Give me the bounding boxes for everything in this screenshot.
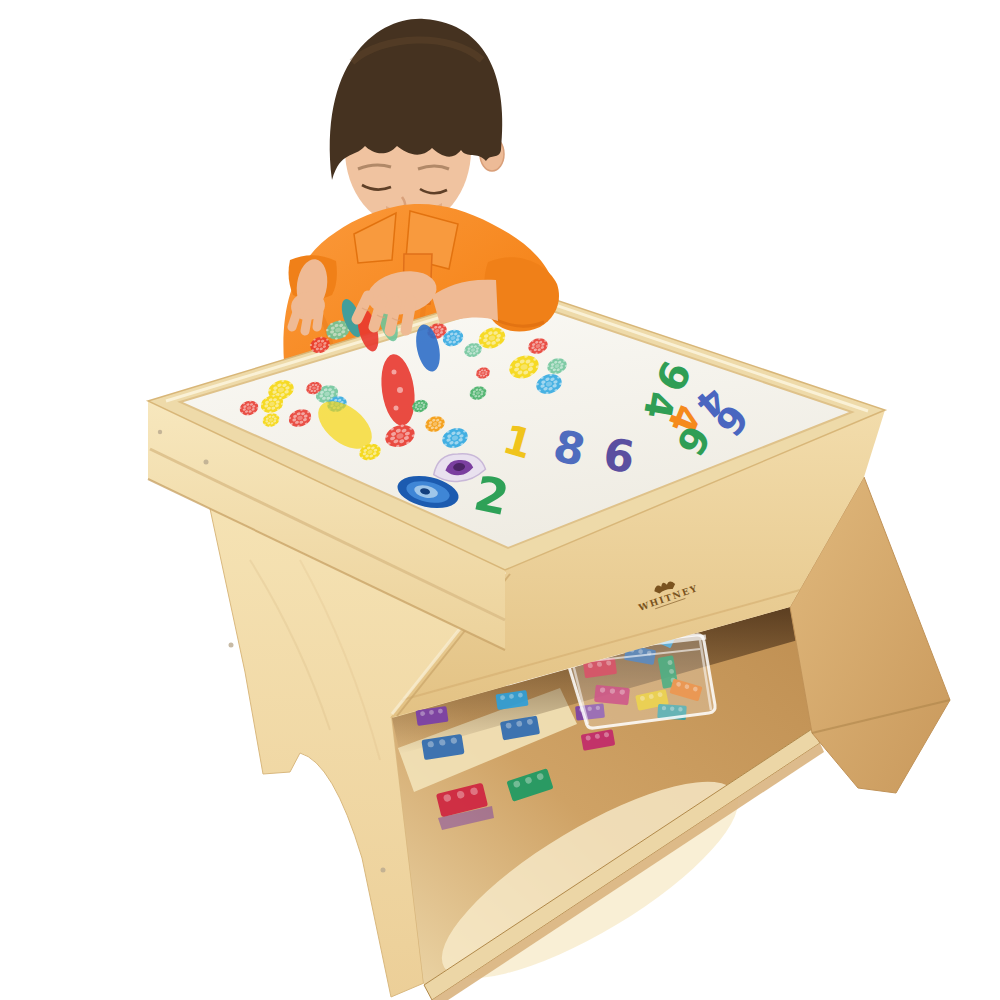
left-fingers [292, 312, 319, 331]
product-photo: WHITNEY 1 8 6 2 9 4 4 4 6 [0, 0, 1000, 1000]
scene-svg: WHITNEY 1 8 6 2 9 4 4 4 6 [0, 0, 1000, 1000]
